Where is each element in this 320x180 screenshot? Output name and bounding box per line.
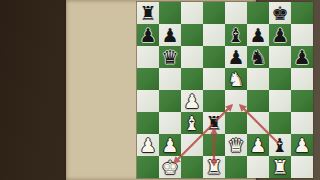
square-c8	[181, 2, 203, 24]
piece-white-queen-e2: ♛	[225, 134, 247, 156]
square-f3	[247, 112, 269, 134]
square-e5: ♞	[225, 68, 247, 90]
square-c5	[181, 68, 203, 90]
square-b6: ♛	[159, 46, 181, 68]
square-e1	[225, 156, 247, 178]
square-g8: ♚	[269, 2, 291, 24]
square-e8	[225, 2, 247, 24]
square-f6: ♞	[247, 46, 269, 68]
square-f2: ♟	[247, 134, 269, 156]
square-e3	[225, 112, 247, 134]
piece-black-pawn-g7: ♟	[269, 24, 291, 46]
square-h5	[291, 68, 313, 90]
square-g1: ♜	[269, 156, 291, 178]
square-d6	[203, 46, 225, 68]
square-c2	[181, 134, 203, 156]
square-a5	[137, 68, 159, 90]
square-h8	[291, 2, 313, 24]
square-f8	[247, 2, 269, 24]
square-f7: ♟	[247, 24, 269, 46]
square-d7	[203, 24, 225, 46]
piece-white-bishop-c3: ♝	[181, 112, 203, 134]
square-g3	[269, 112, 291, 134]
square-b5	[159, 68, 181, 90]
piece-black-pawn-b7: ♟	[159, 24, 181, 46]
square-d2	[203, 134, 225, 156]
chess-board: ♜♚♟♟♝♟♟♛♟♞♟♞♟♝♜♟♟♛♟♝♟♚♜♜	[137, 2, 313, 178]
piece-white-knight-e5: ♞	[225, 68, 247, 90]
square-d5	[203, 68, 225, 90]
square-b4	[159, 90, 181, 112]
square-d4	[203, 90, 225, 112]
square-h7	[291, 24, 313, 46]
square-h3	[291, 112, 313, 134]
square-b3	[159, 112, 181, 134]
piece-black-king-g8: ♚	[269, 2, 291, 24]
piece-black-rook-d3: ♜	[203, 112, 225, 134]
piece-black-bishop-g2: ♝	[269, 134, 291, 156]
piece-black-pawn-a7: ♟	[137, 24, 159, 46]
square-c6	[181, 46, 203, 68]
piece-black-pawn-f7: ♟	[247, 24, 269, 46]
square-a7: ♟	[137, 24, 159, 46]
square-d1: ♜	[203, 156, 225, 178]
square-a1	[137, 156, 159, 178]
square-c3: ♝	[181, 112, 203, 134]
square-f1	[247, 156, 269, 178]
piece-white-pawn-c4: ♟	[181, 90, 203, 112]
square-h2: ♟	[291, 134, 313, 156]
square-e2: ♛	[225, 134, 247, 156]
square-b1: ♚	[159, 156, 181, 178]
square-g4	[269, 90, 291, 112]
square-g2: ♝	[269, 134, 291, 156]
square-f4	[247, 90, 269, 112]
square-e4	[225, 90, 247, 112]
piece-black-queen-b6: ♛	[159, 46, 181, 68]
square-a3	[137, 112, 159, 134]
square-f5	[247, 68, 269, 90]
piece-black-bishop-e7: ♝	[225, 24, 247, 46]
video-frame: ♜♚♟♟♝♟♟♛♟♞♟♞♟♝♜♟♟♛♟♝♟♚♜♜	[0, 0, 320, 180]
piece-white-pawn-a2: ♟	[137, 134, 159, 156]
board-frame: ♜♚♟♟♝♟♟♛♟♞♟♞♟♝♜♟♟♛♟♝♟♚♜♜	[66, 0, 256, 180]
square-b2: ♟	[159, 134, 181, 156]
square-d3: ♜	[203, 112, 225, 134]
square-a8: ♜	[137, 2, 159, 24]
square-d8	[203, 2, 225, 24]
piece-white-pawn-h2: ♟	[291, 134, 313, 156]
piece-white-king-b1: ♚	[159, 156, 181, 178]
square-c7	[181, 24, 203, 46]
square-b8	[159, 2, 181, 24]
piece-black-rook-a8: ♜	[137, 2, 159, 24]
piece-black-pawn-h6: ♟	[291, 46, 313, 68]
square-h6: ♟	[291, 46, 313, 68]
square-h1	[291, 156, 313, 178]
square-a6	[137, 46, 159, 68]
square-g6	[269, 46, 291, 68]
piece-white-rook-g1: ♜	[269, 156, 291, 178]
square-e6: ♟	[225, 46, 247, 68]
square-a4	[137, 90, 159, 112]
square-g7: ♟	[269, 24, 291, 46]
piece-white-pawn-b2: ♟	[159, 134, 181, 156]
piece-black-pawn-e6: ♟	[225, 46, 247, 68]
square-a2: ♟	[137, 134, 159, 156]
square-h4	[291, 90, 313, 112]
square-g5	[269, 68, 291, 90]
piece-white-rook-d1: ♜	[203, 156, 225, 178]
square-b7: ♟	[159, 24, 181, 46]
square-e7: ♝	[225, 24, 247, 46]
square-c4: ♟	[181, 90, 203, 112]
piece-black-knight-f6: ♞	[247, 46, 269, 68]
piece-white-pawn-f2: ♟	[247, 134, 269, 156]
square-c1	[181, 156, 203, 178]
